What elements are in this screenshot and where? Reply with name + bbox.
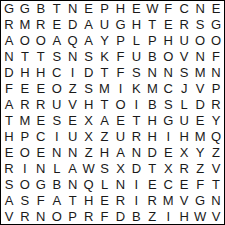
grid-cell-r11c13[interactable]: Z: [192, 160, 208, 176]
grid-cell-r12c8[interactable]: N: [113, 176, 129, 192]
grid-cell-r9c2[interactable]: P: [17, 128, 33, 144]
grid-cell-r5c1[interactable]: D: [1, 65, 17, 81]
grid-cell-r11c10[interactable]: T: [144, 160, 160, 176]
grid-cell-r3c2[interactable]: O: [17, 33, 33, 49]
grid-cell-r7c6[interactable]: H: [81, 97, 97, 113]
grid-cell-r3c10[interactable]: P: [144, 33, 160, 49]
grid-cell-r3c8[interactable]: P: [113, 33, 129, 49]
grid-cell-r14c9[interactable]: B: [128, 208, 144, 224]
grid-cell-r13c6[interactable]: H: [81, 192, 97, 208]
grid-cell-r8c9[interactable]: T: [128, 113, 144, 129]
grid-cell-r14c1[interactable]: V: [1, 208, 17, 224]
grid-cell-r7c2[interactable]: R: [17, 97, 33, 113]
grid-cell-r12c14[interactable]: T: [208, 176, 224, 192]
grid-cell-r2c12[interactable]: R: [176, 17, 192, 33]
grid-cell-r14c12[interactable]: H: [176, 208, 192, 224]
grid-cell-r3c9[interactable]: L: [128, 33, 144, 49]
grid-cell-r12c5[interactable]: N: [65, 176, 81, 192]
word-search-board: GGBTNEPHEWFCNERMREDAUGHTERSGAOOAQAYPLPHU…: [0, 0, 225, 225]
grid-cell-r12c13[interactable]: F: [192, 176, 208, 192]
grid-cell-r13c1[interactable]: A: [1, 192, 17, 208]
grid-cell-r3c11[interactable]: H: [160, 33, 176, 49]
grid-cell-r6c10[interactable]: M: [144, 81, 160, 97]
grid-cell-r9c4[interactable]: I: [49, 128, 65, 144]
grid-cell-r1c8[interactable]: H: [113, 1, 129, 17]
grid-cell-r8c11[interactable]: G: [160, 113, 176, 129]
grid-cell-r6c1[interactable]: F: [1, 81, 17, 97]
grid-cell-r8c5[interactable]: E: [65, 113, 81, 129]
grid-cell-r12c2[interactable]: O: [17, 176, 33, 192]
grid-cell-r14c11[interactable]: I: [160, 208, 176, 224]
grid-cell-r10c8[interactable]: A: [113, 144, 129, 160]
grid-cell-r10c7[interactable]: H: [97, 144, 113, 160]
grid-cell-r5c5[interactable]: I: [65, 65, 81, 81]
grid-cell-r4c4[interactable]: S: [49, 49, 65, 65]
grid-cell-r7c11[interactable]: S: [160, 97, 176, 113]
grid-cell-r10c1[interactable]: E: [1, 144, 17, 160]
word-search-puzzle: GGBTNEPHEWFCNERMREDAUGHTERSGAOOAQAYPLPHU…: [0, 0, 225, 225]
grid-cell-r3c1[interactable]: A: [1, 33, 17, 49]
grid-cell-r10c14[interactable]: Z: [208, 144, 224, 160]
grid-cell-r2c13[interactable]: S: [192, 17, 208, 33]
grid-cell-r12c7[interactable]: L: [97, 176, 113, 192]
grid-cell-r8c12[interactable]: U: [176, 113, 192, 129]
grid-cell-r3c13[interactable]: O: [192, 33, 208, 49]
grid-cell-r4c12[interactable]: V: [176, 49, 192, 65]
grid-cell-r2c5[interactable]: D: [65, 17, 81, 33]
grid-cell-r7c4[interactable]: U: [49, 97, 65, 113]
grid-cell-r7c13[interactable]: D: [192, 97, 208, 113]
grid-cell-r7c3[interactable]: R: [33, 97, 49, 113]
grid-cell-r6c13[interactable]: V: [192, 81, 208, 97]
grid-cell-r12c1[interactable]: S: [1, 176, 17, 192]
grid-cell-r9c9[interactable]: R: [128, 128, 144, 144]
grid-cell-r5c4[interactable]: C: [49, 65, 65, 81]
grid-cell-r9c3[interactable]: C: [33, 128, 49, 144]
grid-cell-r1c4[interactable]: T: [49, 1, 65, 17]
grid-cell-r4c14[interactable]: F: [208, 49, 224, 65]
grid-cell-r2c14[interactable]: G: [208, 17, 224, 33]
grid-cell-r10c4[interactable]: N: [49, 144, 65, 160]
grid-cell-r14c5[interactable]: P: [65, 208, 81, 224]
grid-cell-r13c9[interactable]: I: [128, 192, 144, 208]
grid-cell-r6c11[interactable]: C: [160, 81, 176, 97]
grid-cell-r1c2[interactable]: G: [17, 1, 33, 17]
grid-cell-r11c8[interactable]: X: [113, 160, 129, 176]
grid-cell-r5c14[interactable]: N: [208, 65, 224, 81]
grid-cell-r6c2[interactable]: E: [17, 81, 33, 97]
grid-cell-r7c7[interactable]: T: [97, 97, 113, 113]
grid-cell-r7c10[interactable]: B: [144, 97, 160, 113]
grid-cell-r14c2[interactable]: R: [17, 208, 33, 224]
grid-cell-r5c7[interactable]: T: [97, 65, 113, 81]
grid-cell-r12c10[interactable]: E: [144, 176, 160, 192]
grid-cell-r11c14[interactable]: V: [208, 160, 224, 176]
grid-cell-r9c8[interactable]: U: [113, 128, 129, 144]
grid-cell-r5c6[interactable]: D: [81, 65, 97, 81]
grid-cell-r13c4[interactable]: A: [49, 192, 65, 208]
grid-cell-r2c9[interactable]: H: [128, 17, 144, 33]
grid-cell-r4c1[interactable]: N: [1, 49, 17, 65]
grid-cell-r8c13[interactable]: E: [192, 113, 208, 129]
grid-cell-r14c10[interactable]: Z: [144, 208, 160, 224]
grid-cell-r3c14[interactable]: O: [208, 33, 224, 49]
grid-cell-r4c9[interactable]: U: [128, 49, 144, 65]
grid-cell-r12c12[interactable]: E: [176, 176, 192, 192]
grid-cell-r10c12[interactable]: X: [176, 144, 192, 160]
grid-cell-r1c10[interactable]: W: [144, 1, 160, 17]
grid-cell-r8c7[interactable]: A: [97, 113, 113, 129]
grid-cell-r11c2[interactable]: I: [17, 160, 33, 176]
grid-cell-r4c10[interactable]: B: [144, 49, 160, 65]
grid-cell-r13c8[interactable]: R: [113, 192, 129, 208]
grid-cell-r14c7[interactable]: F: [97, 208, 113, 224]
grid-cell-r5c11[interactable]: N: [160, 65, 176, 81]
grid-cell-r6c9[interactable]: K: [128, 81, 144, 97]
grid-cell-r14c14[interactable]: V: [208, 208, 224, 224]
grid-cell-r12c3[interactable]: G: [33, 176, 49, 192]
grid-cell-r9c10[interactable]: H: [144, 128, 160, 144]
grid-cell-r6c6[interactable]: S: [81, 81, 97, 97]
grid-cell-r6c14[interactable]: P: [208, 81, 224, 97]
grid-cell-r1c12[interactable]: C: [176, 1, 192, 17]
grid-cell-r14c13[interactable]: W: [192, 208, 208, 224]
grid-cell-r14c6[interactable]: R: [81, 208, 97, 224]
grid-cell-r5c12[interactable]: S: [176, 65, 192, 81]
grid-cell-r9c7[interactable]: Z: [97, 128, 113, 144]
grid-cell-r2c3[interactable]: R: [33, 17, 49, 33]
grid-cell-r8c1[interactable]: T: [1, 113, 17, 129]
grid-cell-r8c14[interactable]: Y: [208, 113, 224, 129]
grid-cell-r9c6[interactable]: X: [81, 128, 97, 144]
grid-cell-r5c3[interactable]: H: [33, 65, 49, 81]
grid-cell-r11c11[interactable]: X: [160, 160, 176, 176]
grid-cell-r9c1[interactable]: H: [1, 128, 17, 144]
grid-cell-r4c6[interactable]: S: [81, 49, 97, 65]
grid-cell-r1c3[interactable]: B: [33, 1, 49, 17]
grid-cell-r9c11[interactable]: I: [160, 128, 176, 144]
grid-cell-r4c5[interactable]: N: [65, 49, 81, 65]
grid-cell-r10c11[interactable]: E: [160, 144, 176, 160]
grid-cell-r6c12[interactable]: J: [176, 81, 192, 97]
grid-cell-r2c8[interactable]: G: [113, 17, 129, 33]
grid-cell-r2c7[interactable]: U: [97, 17, 113, 33]
grid-cell-r14c3[interactable]: N: [33, 208, 49, 224]
grid-cell-r9c13[interactable]: M: [192, 128, 208, 144]
grid-cell-r3c12[interactable]: U: [176, 33, 192, 49]
grid-cell-r7c14[interactable]: R: [208, 97, 224, 113]
grid-cell-r10c13[interactable]: Y: [192, 144, 208, 160]
grid-cell-r5c2[interactable]: H: [17, 65, 33, 81]
grid-cell-r9c5[interactable]: U: [65, 128, 81, 144]
grid-cell-r2c6[interactable]: A: [81, 17, 97, 33]
grid-cell-r10c10[interactable]: D: [144, 144, 160, 160]
grid-cell-r4c2[interactable]: T: [17, 49, 33, 65]
grid-cell-r8c10[interactable]: H: [144, 113, 160, 129]
grid-cell-r13c3[interactable]: F: [33, 192, 49, 208]
grid-cell-r7c5[interactable]: V: [65, 97, 81, 113]
grid-cell-r2c10[interactable]: T: [144, 17, 160, 33]
grid-cell-r11c3[interactable]: N: [33, 160, 49, 176]
grid-cell-r13c2[interactable]: S: [17, 192, 33, 208]
grid-cell-r13c14[interactable]: N: [208, 192, 224, 208]
grid-cell-r13c12[interactable]: V: [176, 192, 192, 208]
grid-cell-r13c10[interactable]: R: [144, 192, 160, 208]
grid-cell-r6c4[interactable]: O: [49, 81, 65, 97]
grid-cell-r11c5[interactable]: A: [65, 160, 81, 176]
grid-cell-r13c5[interactable]: T: [65, 192, 81, 208]
grid-cell-r9c14[interactable]: Q: [208, 128, 224, 144]
grid-cell-r10c9[interactable]: N: [128, 144, 144, 160]
grid-cell-r6c3[interactable]: E: [33, 81, 49, 97]
grid-cell-r11c9[interactable]: D: [128, 160, 144, 176]
grid-cell-r4c3[interactable]: T: [33, 49, 49, 65]
grid-cell-r1c7[interactable]: P: [97, 1, 113, 17]
grid-cell-r1c14[interactable]: E: [208, 1, 224, 17]
grid-cell-r13c7[interactable]: E: [97, 192, 113, 208]
grid-cell-r5c9[interactable]: S: [128, 65, 144, 81]
grid-cell-r7c12[interactable]: L: [176, 97, 192, 113]
grid-cell-r2c11[interactable]: E: [160, 17, 176, 33]
grid-cell-r1c9[interactable]: E: [128, 1, 144, 17]
grid-cell-r1c11[interactable]: F: [160, 1, 176, 17]
grid-cell-r7c1[interactable]: A: [1, 97, 17, 113]
grid-cell-r6c7[interactable]: M: [97, 81, 113, 97]
grid-cell-r3c6[interactable]: A: [81, 33, 97, 49]
grid-cell-r1c1[interactable]: G: [1, 1, 17, 17]
grid-cell-r10c2[interactable]: O: [17, 144, 33, 160]
grid-cell-r11c6[interactable]: W: [81, 160, 97, 176]
grid-cell-r11c7[interactable]: S: [97, 160, 113, 176]
grid-cell-r10c3[interactable]: E: [33, 144, 49, 160]
grid-cell-r10c6[interactable]: Z: [81, 144, 97, 160]
grid-cell-r14c8[interactable]: D: [113, 208, 129, 224]
grid-cell-r11c12[interactable]: R: [176, 160, 192, 176]
grid-cell-r2c4[interactable]: E: [49, 17, 65, 33]
grid-cell-r8c6[interactable]: X: [81, 113, 97, 129]
grid-cell-r4c8[interactable]: F: [113, 49, 129, 65]
grid-cell-r14c4[interactable]: O: [49, 208, 65, 224]
grid-cell-r4c13[interactable]: N: [192, 49, 208, 65]
grid-cell-r5c8[interactable]: F: [113, 65, 129, 81]
grid-cell-r10c5[interactable]: N: [65, 144, 81, 160]
grid-cell-r12c6[interactable]: Q: [81, 176, 97, 192]
grid-cell-r3c3[interactable]: O: [33, 33, 49, 49]
grid-cell-r5c10[interactable]: N: [144, 65, 160, 81]
grid-cell-r7c8[interactable]: O: [113, 97, 129, 113]
grid-cell-r6c8[interactable]: I: [113, 81, 129, 97]
grid-cell-r1c6[interactable]: E: [81, 1, 97, 17]
grid-cell-r12c11[interactable]: C: [160, 176, 176, 192]
grid-cell-r8c8[interactable]: E: [113, 113, 129, 129]
grid-cell-r3c7[interactable]: Y: [97, 33, 113, 49]
grid-cell-r3c5[interactable]: Q: [65, 33, 81, 49]
grid-cell-r8c4[interactable]: S: [49, 113, 65, 129]
grid-cell-r5c13[interactable]: M: [192, 65, 208, 81]
grid-cell-r8c2[interactable]: M: [17, 113, 33, 129]
grid-cell-r1c5[interactable]: N: [65, 1, 81, 17]
grid-cell-r12c4[interactable]: B: [49, 176, 65, 192]
grid-cell-r3c4[interactable]: A: [49, 33, 65, 49]
grid-cell-r1c13[interactable]: N: [192, 1, 208, 17]
grid-cell-r7c9[interactable]: I: [128, 97, 144, 113]
grid-cell-r13c13[interactable]: G: [192, 192, 208, 208]
grid-cell-r11c4[interactable]: L: [49, 160, 65, 176]
grid-cell-r12c9[interactable]: I: [128, 176, 144, 192]
grid-cell-r6c5[interactable]: Z: [65, 81, 81, 97]
grid-cell-r8c3[interactable]: E: [33, 113, 49, 129]
grid-cell-r2c2[interactable]: M: [17, 17, 33, 33]
grid-cell-r13c11[interactable]: M: [160, 192, 176, 208]
grid-cell-r4c11[interactable]: O: [160, 49, 176, 65]
grid-cell-r4c7[interactable]: K: [97, 49, 113, 65]
grid-cell-r9c12[interactable]: H: [176, 128, 192, 144]
grid-cell-r2c1[interactable]: R: [1, 17, 17, 33]
grid-cell-r11c1[interactable]: R: [1, 160, 17, 176]
